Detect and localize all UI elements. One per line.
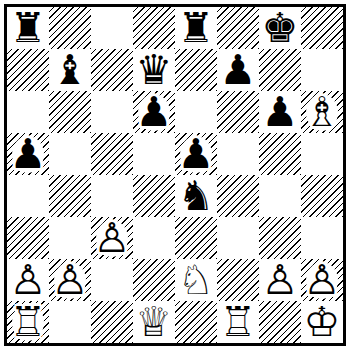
piece-black-knight: ♞ (175, 175, 217, 217)
square-e7[interactable] (175, 49, 217, 91)
square-f6[interactable] (217, 91, 259, 133)
piece-black-pawn: ♟ (7, 133, 49, 175)
square-h2[interactable]: ♙ (301, 259, 343, 301)
square-c7[interactable] (91, 49, 133, 91)
piece-black-pawn: ♟ (259, 91, 301, 133)
piece-white-king: ♔ (301, 301, 343, 343)
square-e6[interactable] (175, 91, 217, 133)
square-h8[interactable] (301, 7, 343, 49)
square-e3[interactable] (175, 217, 217, 259)
square-a2[interactable]: ♙ (7, 259, 49, 301)
square-e2[interactable]: ♘ (175, 259, 217, 301)
square-h6[interactable]: ♗ (301, 91, 343, 133)
square-a3[interactable] (7, 217, 49, 259)
square-h7[interactable] (301, 49, 343, 91)
square-f3[interactable] (217, 217, 259, 259)
square-d4[interactable] (133, 175, 175, 217)
square-h5[interactable] (301, 133, 343, 175)
square-g2[interactable]: ♙ (259, 259, 301, 301)
square-a8[interactable]: ♜ (7, 7, 49, 49)
square-f2[interactable] (217, 259, 259, 301)
square-e5[interactable]: ♟ (175, 133, 217, 175)
square-d1[interactable]: ♕ (133, 301, 175, 343)
square-d8[interactable] (133, 7, 175, 49)
piece-white-rook: ♖ (7, 301, 49, 343)
square-b5[interactable] (49, 133, 91, 175)
piece-black-queen: ♛ (133, 49, 175, 91)
chess-diagram: ♜♜♚♝♛♟♟♟♗♟♟♞♙♙♙♘♙♙♖♕♖♔ (0, 0, 350, 350)
square-c8[interactable] (91, 7, 133, 49)
square-c2[interactable] (91, 259, 133, 301)
square-e8[interactable]: ♜ (175, 7, 217, 49)
square-b3[interactable] (49, 217, 91, 259)
square-d2[interactable] (133, 259, 175, 301)
square-g1[interactable] (259, 301, 301, 343)
square-d3[interactable] (133, 217, 175, 259)
square-g4[interactable] (259, 175, 301, 217)
square-c3[interactable]: ♙ (91, 217, 133, 259)
square-b1[interactable] (49, 301, 91, 343)
square-h3[interactable] (301, 217, 343, 259)
square-f4[interactable] (217, 175, 259, 217)
square-f8[interactable] (217, 7, 259, 49)
piece-black-rook: ♜ (7, 7, 49, 49)
square-e4[interactable]: ♞ (175, 175, 217, 217)
square-b2[interactable]: ♙ (49, 259, 91, 301)
piece-black-king: ♚ (259, 7, 301, 49)
square-c5[interactable] (91, 133, 133, 175)
piece-black-pawn: ♟ (217, 49, 259, 91)
square-a1[interactable]: ♖ (7, 301, 49, 343)
piece-white-rook: ♖ (217, 301, 259, 343)
square-a5[interactable]: ♟ (7, 133, 49, 175)
square-g7[interactable] (259, 49, 301, 91)
square-a6[interactable] (7, 91, 49, 133)
piece-black-pawn: ♟ (175, 133, 217, 175)
piece-white-queen: ♕ (133, 301, 175, 343)
chess-board: ♜♜♚♝♛♟♟♟♗♟♟♞♙♙♙♘♙♙♖♕♖♔ (7, 7, 343, 343)
piece-white-knight: ♘ (175, 259, 217, 301)
piece-black-rook: ♜ (175, 7, 217, 49)
square-e1[interactable] (175, 301, 217, 343)
piece-white-pawn: ♙ (301, 259, 343, 301)
square-c1[interactable] (91, 301, 133, 343)
square-g8[interactable]: ♚ (259, 7, 301, 49)
square-d5[interactable] (133, 133, 175, 175)
piece-white-pawn: ♙ (7, 259, 49, 301)
square-c4[interactable] (91, 175, 133, 217)
piece-white-pawn: ♙ (49, 259, 91, 301)
piece-white-pawn: ♙ (91, 217, 133, 259)
square-a7[interactable] (7, 49, 49, 91)
square-f5[interactable] (217, 133, 259, 175)
square-b6[interactable] (49, 91, 91, 133)
square-b4[interactable] (49, 175, 91, 217)
square-a4[interactable] (7, 175, 49, 217)
square-h1[interactable]: ♔ (301, 301, 343, 343)
piece-black-bishop: ♝ (49, 49, 91, 91)
square-g5[interactable] (259, 133, 301, 175)
board-frame: ♜♜♚♝♛♟♟♟♗♟♟♞♙♙♙♘♙♙♖♕♖♔ (4, 4, 346, 346)
square-c6[interactable] (91, 91, 133, 133)
piece-white-bishop: ♗ (301, 91, 343, 133)
square-g6[interactable]: ♟ (259, 91, 301, 133)
square-d6[interactable]: ♟ (133, 91, 175, 133)
piece-white-pawn: ♙ (259, 259, 301, 301)
square-g3[interactable] (259, 217, 301, 259)
square-b7[interactable]: ♝ (49, 49, 91, 91)
piece-black-pawn: ♟ (133, 91, 175, 133)
square-f7[interactable]: ♟ (217, 49, 259, 91)
square-b8[interactable] (49, 7, 91, 49)
square-f1[interactable]: ♖ (217, 301, 259, 343)
square-d7[interactable]: ♛ (133, 49, 175, 91)
square-h4[interactable] (301, 175, 343, 217)
